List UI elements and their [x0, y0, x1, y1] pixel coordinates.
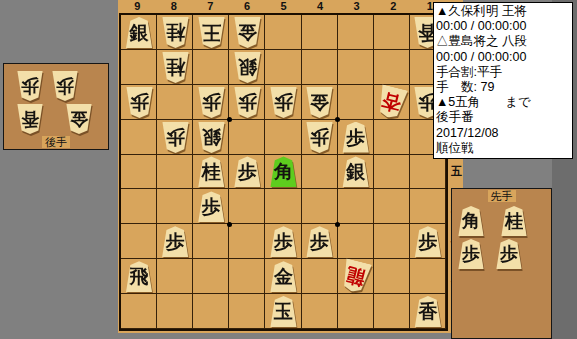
board-cell-28[interactable] — [374, 259, 410, 294]
piece-98-sente[interactable]: 飛 — [125, 261, 154, 292]
board-cell-99[interactable] — [121, 294, 157, 329]
piece-19-sente[interactable]: 香 — [413, 296, 442, 327]
rank-label: 五 — [450, 154, 463, 189]
board-cell-78[interactable] — [193, 259, 229, 294]
game-info-panel: ▲久保利明 王将00:00 / 00:00:00△豊島将之 八段00:00 / … — [433, 2, 573, 159]
piece-59-sente[interactable]: 玉 — [269, 296, 298, 327]
piece-53-gote[interactable]: 歩 — [269, 87, 298, 118]
board-cell-97[interactable] — [121, 224, 157, 259]
board-cell-49[interactable] — [302, 294, 338, 329]
board-cell-54[interactable] — [265, 120, 301, 155]
board-cell-46[interactable] — [302, 189, 338, 224]
board-grid: 銀桂王金香桂銀歩歩歩歩金杏歩歩銀歩歩桂歩角銀歩歩歩歩歩飛金龍玉香 — [119, 13, 448, 331]
piece-73-gote[interactable]: 歩 — [197, 87, 226, 118]
piece-47-sente[interactable]: 歩 — [305, 226, 334, 257]
board-cell-41[interactable] — [302, 15, 338, 50]
file-label: 7 — [192, 0, 229, 13]
board-cell-22[interactable] — [374, 50, 410, 85]
piece-76-sente[interactable]: 歩 — [197, 191, 226, 222]
file-label: 9 — [119, 0, 156, 13]
info-line: ▲久保利明 王将 — [436, 4, 570, 19]
piece-43-gote[interactable]: 金 — [305, 87, 334, 118]
sente-hand-row: 角桂 — [457, 206, 556, 236]
board-cell-95[interactable] — [121, 155, 157, 190]
star-point — [227, 222, 232, 227]
piece-55-sente[interactable]: 角 — [269, 156, 298, 187]
board-cell-21[interactable] — [374, 15, 410, 50]
board-cell-16[interactable] — [410, 189, 446, 224]
piece-61-gote[interactable]: 金 — [233, 17, 262, 48]
info-line: ▲5五角 まで — [436, 95, 570, 110]
board-cell-79[interactable] — [193, 294, 229, 329]
board-cell-68[interactable] — [229, 259, 265, 294]
sente-tray-label: 先手 — [488, 190, 516, 202]
board-cell-39[interactable] — [338, 294, 374, 329]
board-cell-37[interactable] — [338, 224, 374, 259]
info-line: 手 数: 79 — [436, 80, 570, 95]
info-line: 2017/12/08 — [436, 126, 570, 141]
sente-hand-piece-歩[interactable]: 歩 — [457, 239, 485, 269]
piece-38-gote[interactable]: 龍 — [341, 261, 370, 292]
board-cell-83[interactable] — [157, 85, 193, 120]
piece-75-sente[interactable]: 桂 — [197, 156, 226, 187]
board-cell-69[interactable] — [229, 294, 265, 329]
sente-hand-piece-歩[interactable]: 歩 — [495, 239, 523, 269]
piece-58-sente[interactable]: 金 — [269, 261, 298, 292]
sente-hand-piece-桂[interactable]: 桂 — [500, 206, 528, 236]
board-cell-96[interactable] — [121, 189, 157, 224]
file-label: 4 — [302, 0, 339, 13]
star-point — [335, 117, 340, 122]
board-cell-27[interactable] — [374, 224, 410, 259]
piece-81-gote[interactable]: 桂 — [161, 17, 190, 48]
info-line: 00:00 / 00:00:00 — [436, 50, 570, 65]
board-cell-92[interactable] — [121, 50, 157, 85]
piece-17-sente[interactable]: 歩 — [413, 226, 442, 257]
board-cell-29[interactable] — [374, 294, 410, 329]
gote-hand-tray: 歩歩香金 後手 — [3, 63, 109, 150]
gote-hand-piece-金[interactable]: 金 — [65, 104, 93, 134]
board-cell-25[interactable] — [374, 155, 410, 190]
gote-hand-row: 香金 — [16, 104, 120, 134]
board-cell-48[interactable] — [302, 259, 338, 294]
board-cell-86[interactable] — [157, 189, 193, 224]
piece-84-gote[interactable]: 歩 — [161, 122, 190, 153]
file-labels: 987654321 — [119, 0, 448, 13]
piece-87-sente[interactable]: 歩 — [161, 226, 190, 257]
sente-hand-piece-角[interactable]: 角 — [457, 206, 485, 236]
piece-57-sente[interactable]: 歩 — [269, 226, 298, 257]
piece-23-gote[interactable]: 杏 — [377, 87, 406, 118]
board-cell-18[interactable] — [410, 259, 446, 294]
piece-93-gote[interactable]: 歩 — [125, 87, 154, 118]
piece-35-sente[interactable]: 銀 — [341, 156, 370, 187]
board-cell-77[interactable] — [193, 224, 229, 259]
piece-65-sente[interactable]: 歩 — [233, 156, 262, 187]
board-cell-51[interactable] — [265, 15, 301, 50]
piece-82-gote[interactable]: 桂 — [161, 52, 190, 83]
file-label: 2 — [375, 0, 412, 13]
board-cell-56[interactable] — [265, 189, 301, 224]
piece-63-gote[interactable]: 歩 — [233, 87, 262, 118]
piece-44-gote[interactable]: 歩 — [305, 122, 334, 153]
piece-34-sente[interactable]: 歩 — [341, 122, 370, 153]
info-line: 後手番 — [436, 110, 570, 125]
board-cell-64[interactable] — [229, 120, 265, 155]
board-cell-45[interactable] — [302, 155, 338, 190]
sente-hand-tray: 角桂歩歩 先手 — [451, 188, 552, 339]
board-cell-67[interactable] — [229, 224, 265, 259]
file-label: 8 — [156, 0, 193, 13]
board-cell-72[interactable] — [193, 50, 229, 85]
gote-tray-label: 後手 — [42, 136, 70, 148]
file-label: 6 — [229, 0, 266, 13]
info-line: 00:00 / 00:00:00 — [436, 19, 570, 34]
sente-hand-row: 歩歩 — [457, 239, 556, 269]
board-cell-85[interactable] — [157, 155, 193, 190]
star-point — [335, 222, 340, 227]
star-point — [227, 117, 232, 122]
board-cell-15[interactable] — [410, 155, 446, 190]
board-cell-36[interactable] — [338, 189, 374, 224]
gote-hand-row: 歩歩 — [16, 71, 120, 101]
piece-74-gote[interactable]: 銀 — [197, 122, 226, 153]
info-line: 順位戦 — [436, 141, 570, 156]
board-cell-66[interactable] — [229, 189, 265, 224]
board-cell-24[interactable] — [374, 120, 410, 155]
piece-62-gote[interactable]: 銀 — [233, 52, 262, 83]
piece-71-gote[interactable]: 王 — [197, 17, 226, 48]
gote-hand-pieces: 歩歩香金 — [4, 64, 120, 137]
board-cell-42[interactable] — [302, 50, 338, 85]
board-cell-26[interactable] — [374, 189, 410, 224]
gote-hand-piece-歩[interactable]: 歩 — [51, 71, 79, 101]
board-cell-94[interactable] — [121, 120, 157, 155]
info-line: △豊島将之 八段 — [436, 34, 570, 49]
board-cell-89[interactable] — [157, 294, 193, 329]
shogi-board: 987654321 一二三四五六七八九 銀桂王金香桂銀歩歩歩歩金杏歩歩銀歩歩桂歩… — [118, 0, 463, 333]
gote-hand-piece-歩[interactable]: 歩 — [16, 71, 44, 101]
board-cell-52[interactable] — [265, 50, 301, 85]
file-label: 3 — [338, 0, 375, 13]
board-cell-88[interactable] — [157, 259, 193, 294]
info-line: 手合割:平手 — [436, 65, 570, 80]
piece-91-sente[interactable]: 銀 — [125, 17, 154, 48]
gote-hand-piece-香[interactable]: 香 — [16, 104, 44, 134]
board-cell-33[interactable] — [338, 85, 374, 120]
board-cell-31[interactable] — [338, 15, 374, 50]
file-label: 5 — [265, 0, 302, 13]
board-cell-32[interactable] — [338, 50, 374, 85]
